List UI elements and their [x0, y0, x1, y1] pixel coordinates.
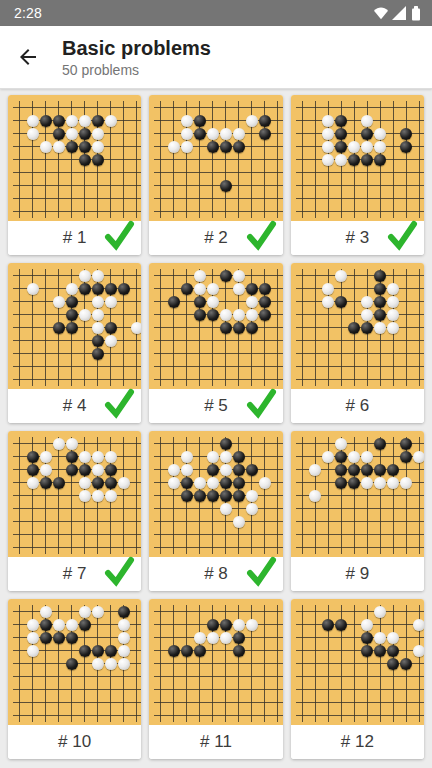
black-stone: [374, 270, 386, 282]
solved-check-icon: [244, 218, 278, 252]
solved-check-icon: [102, 554, 136, 588]
problem-card-5[interactable]: # 5: [149, 263, 282, 423]
black-stone: [79, 154, 91, 166]
problem-card-8[interactable]: # 8: [149, 431, 282, 591]
black-stone: [207, 619, 219, 631]
white-stone: [220, 503, 232, 515]
black-stone: [361, 154, 373, 166]
black-stone: [27, 464, 39, 476]
white-stone: [27, 283, 39, 295]
go-board-grid: [13, 605, 141, 722]
black-stone: [220, 477, 232, 489]
black-stone: [194, 309, 206, 321]
black-stone: [335, 464, 347, 476]
clock: 2:28: [14, 5, 42, 21]
black-stone: [322, 619, 334, 631]
app-bar-titles: Basic problems 50 problems: [62, 35, 211, 79]
black-stone: [194, 115, 206, 127]
black-stone: [79, 283, 91, 295]
white-stone: [79, 451, 91, 463]
black-stone: [92, 645, 104, 657]
black-stone: [259, 128, 271, 140]
problem-card-10[interactable]: # 10: [8, 599, 141, 759]
white-stone: [348, 451, 360, 463]
white-stone: [361, 296, 373, 308]
problems-grid: # 1# 2# 3# 4# 5# 6# 7# 8# 9# 10# 11# 12: [0, 89, 432, 768]
black-stone: [53, 632, 65, 644]
white-stone: [53, 619, 65, 631]
white-stone: [27, 619, 39, 631]
go-board: [291, 431, 424, 557]
problem-card-9[interactable]: # 9: [291, 431, 424, 591]
white-stone: [92, 128, 104, 140]
app-bar: Basic problems 50 problems: [0, 26, 432, 89]
black-stone: [66, 658, 78, 670]
go-board: [291, 263, 424, 389]
black-stone: [40, 477, 52, 489]
black-stone: [66, 296, 78, 308]
black-stone: [105, 322, 117, 334]
card-label-strip: # 2: [149, 221, 282, 255]
white-stone: [413, 619, 424, 631]
black-stone: [220, 322, 232, 334]
white-stone: [118, 658, 130, 670]
black-stone: [246, 283, 258, 295]
black-stone: [374, 296, 386, 308]
white-stone: [233, 128, 245, 140]
black-stone: [259, 283, 271, 295]
go-board: [291, 95, 424, 221]
black-stone: [233, 451, 245, 463]
white-stone: [53, 296, 65, 308]
white-stone: [27, 632, 39, 644]
white-stone: [53, 141, 65, 153]
white-stone: [220, 128, 232, 140]
white-stone: [220, 632, 232, 644]
white-stone: [40, 464, 52, 476]
black-stone: [66, 322, 78, 334]
black-stone: [181, 645, 193, 657]
black-stone: [374, 309, 386, 321]
white-stone: [118, 619, 130, 631]
go-board-grid: [296, 605, 424, 722]
white-stone: [374, 477, 386, 489]
white-stone: [220, 309, 232, 321]
black-stone: [361, 632, 373, 644]
problem-number: # 9: [346, 564, 370, 584]
white-stone: [66, 128, 78, 140]
white-stone: [220, 464, 232, 476]
white-stone: [220, 451, 232, 463]
card-label-strip: # 8: [149, 557, 282, 591]
screen: 2:28 Basic problems 50 problems # 1# 2# …: [0, 0, 432, 768]
white-stone: [322, 141, 334, 153]
white-stone: [246, 309, 258, 321]
white-stone: [66, 438, 78, 450]
white-stone: [92, 322, 104, 334]
white-stone: [92, 451, 104, 463]
page-subtitle: 50 problems: [62, 61, 211, 79]
black-stone: [92, 335, 104, 347]
problem-card-12[interactable]: # 12: [291, 599, 424, 759]
white-stone: [374, 632, 386, 644]
black-stone: [335, 141, 347, 153]
arrow-left-icon: [16, 45, 40, 69]
white-stone: [335, 154, 347, 166]
white-stone: [387, 477, 399, 489]
back-button[interactable]: [0, 26, 56, 88]
problem-number: # 11: [200, 732, 232, 752]
black-stone: [220, 141, 232, 153]
problem-number: # 1: [63, 228, 87, 248]
white-stone: [92, 606, 104, 618]
go-board-grid: [13, 437, 141, 554]
black-stone: [53, 128, 65, 140]
black-stone: [92, 154, 104, 166]
card-label-strip: # 12: [291, 725, 424, 759]
problem-card-1[interactable]: # 1: [8, 95, 141, 255]
card-label-strip: # 10: [8, 725, 141, 759]
black-stone: [348, 322, 360, 334]
black-stone: [400, 128, 412, 140]
cellular-signal-icon: [392, 5, 407, 21]
black-stone: [220, 619, 232, 631]
go-board: [149, 431, 282, 557]
black-stone: [348, 477, 360, 489]
problem-card-11[interactable]: # 11: [149, 599, 282, 759]
black-stone: [220, 180, 232, 192]
black-stone: [335, 451, 347, 463]
white-stone: [387, 632, 399, 644]
go-board: [149, 95, 282, 221]
white-stone: [374, 141, 386, 153]
white-stone: [335, 438, 347, 450]
white-stone: [181, 141, 193, 153]
white-stone: [181, 464, 193, 476]
black-stone: [207, 490, 219, 502]
white-stone: [92, 464, 104, 476]
solved-check-icon: [102, 218, 136, 252]
black-stone: [92, 477, 104, 489]
card-label-strip: # 9: [291, 557, 424, 591]
problem-number: # 6: [346, 396, 370, 416]
black-stone: [361, 128, 373, 140]
go-board-grid: [296, 101, 424, 218]
black-stone: [387, 658, 399, 670]
black-stone: [207, 141, 219, 153]
card-label-strip: # 4: [8, 389, 141, 423]
white-stone: [194, 283, 206, 295]
white-stone: [322, 115, 334, 127]
problem-number: # 12: [341, 732, 374, 752]
white-stone: [233, 270, 245, 282]
black-stone: [374, 283, 386, 295]
problem-card-2[interactable]: # 2: [149, 95, 282, 255]
white-stone: [413, 645, 424, 657]
status-icons: [373, 5, 422, 21]
go-board: [8, 599, 141, 725]
black-stone: [348, 154, 360, 166]
white-stone: [322, 451, 334, 463]
black-stone: [207, 464, 219, 476]
battery-icon: [410, 5, 422, 21]
black-stone: [66, 141, 78, 153]
black-stone: [105, 464, 117, 476]
black-stone: [118, 606, 130, 618]
white-stone: [79, 606, 91, 618]
black-stone: [79, 645, 91, 657]
black-stone: [374, 438, 386, 450]
black-stone: [66, 451, 78, 463]
black-stone: [259, 309, 271, 321]
go-board: [149, 599, 282, 725]
white-stone: [207, 128, 219, 140]
black-stone: [194, 128, 206, 140]
black-stone: [66, 309, 78, 321]
white-stone: [105, 115, 117, 127]
white-stone: [168, 477, 180, 489]
black-stone: [259, 115, 271, 127]
black-stone: [335, 115, 347, 127]
white-stone: [181, 128, 193, 140]
white-stone: [168, 141, 180, 153]
white-stone: [92, 490, 104, 502]
white-stone: [118, 645, 130, 657]
black-stone: [374, 154, 386, 166]
white-stone: [233, 309, 245, 321]
black-stone: [79, 464, 91, 476]
black-stone: [348, 464, 360, 476]
black-stone: [233, 322, 245, 334]
black-stone: [53, 115, 65, 127]
black-stone: [79, 141, 91, 153]
black-stone: [220, 438, 232, 450]
status-bar: 2:28: [0, 0, 432, 26]
black-stone: [53, 322, 65, 334]
solved-check-icon: [102, 386, 136, 420]
black-stone: [92, 115, 104, 127]
black-stone: [105, 645, 117, 657]
black-stone: [207, 309, 219, 321]
white-stone: [66, 619, 78, 631]
white-stone: [118, 477, 130, 489]
white-stone: [387, 296, 399, 308]
white-stone: [194, 270, 206, 282]
go-board-grid: [154, 605, 282, 722]
go-board-grid: [13, 101, 141, 218]
white-stone: [105, 296, 117, 308]
black-stone: [181, 490, 193, 502]
black-stone: [40, 632, 52, 644]
black-stone: [181, 283, 193, 295]
white-stone: [92, 296, 104, 308]
white-stone: [194, 632, 206, 644]
white-stone: [348, 141, 360, 153]
problem-card-4[interactable]: # 4: [8, 263, 141, 423]
white-stone: [335, 270, 347, 282]
solved-check-icon: [244, 386, 278, 420]
white-stone: [246, 115, 258, 127]
black-stone: [105, 477, 117, 489]
problem-number: # 7: [63, 564, 87, 584]
white-stone: [413, 451, 424, 463]
go-board: [8, 95, 141, 221]
white-stone: [361, 477, 373, 489]
white-stone: [207, 632, 219, 644]
solved-check-icon: [385, 218, 419, 252]
white-stone: [246, 503, 258, 515]
white-stone: [27, 645, 39, 657]
card-label-strip: # 7: [8, 557, 141, 591]
black-stone: [233, 141, 245, 153]
black-stone: [118, 283, 130, 295]
white-stone: [53, 438, 65, 450]
black-stone: [361, 645, 373, 657]
go-board: [8, 263, 141, 389]
black-stone: [374, 645, 386, 657]
white-stone: [27, 128, 39, 140]
black-stone: [40, 619, 52, 631]
black-stone: [233, 490, 245, 502]
go-board: [8, 431, 141, 557]
white-stone: [40, 141, 52, 153]
white-stone: [322, 283, 334, 295]
white-stone: [27, 477, 39, 489]
card-label-strip: # 3: [291, 221, 424, 255]
white-stone: [322, 128, 334, 140]
black-stone: [400, 141, 412, 153]
black-stone: [400, 438, 412, 450]
white-stone: [361, 619, 373, 631]
black-stone: [335, 128, 347, 140]
problem-number: # 5: [204, 396, 228, 416]
go-board-grid: [154, 101, 282, 218]
white-stone: [309, 464, 321, 476]
white-stone: [40, 451, 52, 463]
black-stone: [66, 464, 78, 476]
problem-card-3[interactable]: # 3: [291, 95, 424, 255]
white-stone: [309, 490, 321, 502]
white-stone: [66, 115, 78, 127]
white-stone: [387, 309, 399, 321]
black-stone: [92, 348, 104, 360]
black-stone: [168, 645, 180, 657]
white-stone: [79, 309, 91, 321]
white-stone: [92, 658, 104, 670]
white-stone: [374, 606, 386, 618]
go-board-grid: [154, 437, 282, 554]
problem-number: # 2: [204, 228, 228, 248]
black-stone: [387, 464, 399, 476]
black-stone: [79, 128, 91, 140]
white-stone: [233, 516, 245, 528]
white-stone: [361, 115, 373, 127]
black-stone: [79, 619, 91, 631]
black-stone: [233, 477, 245, 489]
black-stone: [194, 296, 206, 308]
white-stone: [361, 141, 373, 153]
white-stone: [207, 296, 219, 308]
white-stone: [374, 322, 386, 334]
white-stone: [181, 451, 193, 463]
white-stone: [27, 115, 39, 127]
black-stone: [387, 645, 399, 657]
white-stone: [131, 322, 142, 334]
white-stone: [233, 283, 245, 295]
white-stone: [374, 128, 386, 140]
white-stone: [207, 451, 219, 463]
white-stone: [246, 490, 258, 502]
black-stone: [335, 477, 347, 489]
go-board-grid: [296, 269, 424, 386]
black-stone: [259, 296, 271, 308]
go-board-grid: [13, 269, 141, 386]
black-stone: [92, 283, 104, 295]
go-board-grid: [296, 437, 424, 554]
solved-check-icon: [244, 554, 278, 588]
white-stone: [66, 283, 78, 295]
white-stone: [105, 490, 117, 502]
black-stone: [194, 645, 206, 657]
white-stone: [105, 335, 117, 347]
white-stone: [40, 606, 52, 618]
black-stone: [361, 464, 373, 476]
white-stone: [92, 270, 104, 282]
black-stone: [220, 490, 232, 502]
black-stone: [374, 464, 386, 476]
white-stone: [168, 464, 180, 476]
black-stone: [400, 451, 412, 463]
white-stone: [92, 309, 104, 321]
problem-number: # 8: [204, 564, 228, 584]
white-stone: [322, 154, 334, 166]
go-board: [291, 599, 424, 725]
black-stone: [105, 283, 117, 295]
black-stone: [27, 451, 39, 463]
card-label-strip: # 1: [8, 221, 141, 255]
black-stone: [66, 632, 78, 644]
white-stone: [259, 477, 271, 489]
white-stone: [207, 477, 219, 489]
card-label-strip: # 5: [149, 389, 282, 423]
go-board: [149, 263, 282, 389]
white-stone: [118, 632, 130, 644]
white-stone: [79, 490, 91, 502]
black-stone: [168, 296, 180, 308]
black-stone: [40, 115, 52, 127]
black-stone: [233, 464, 245, 476]
white-stone: [387, 322, 399, 334]
white-stone: [181, 115, 193, 127]
page-title: Basic problems: [62, 35, 211, 61]
black-stone: [220, 270, 232, 282]
problem-card-7[interactable]: # 7: [8, 431, 141, 591]
black-stone: [361, 322, 373, 334]
white-stone: [246, 296, 258, 308]
card-label-strip: # 6: [291, 389, 424, 423]
black-stone: [246, 322, 258, 334]
card-label-strip: # 11: [149, 725, 282, 759]
black-stone: [335, 296, 347, 308]
black-stone: [335, 619, 347, 631]
problem-number: # 4: [63, 396, 87, 416]
black-stone: [53, 477, 65, 489]
white-stone: [361, 451, 373, 463]
white-stone: [92, 141, 104, 153]
problem-card-6[interactable]: # 6: [291, 263, 424, 423]
black-stone: [246, 464, 258, 476]
black-stone: [233, 645, 245, 657]
